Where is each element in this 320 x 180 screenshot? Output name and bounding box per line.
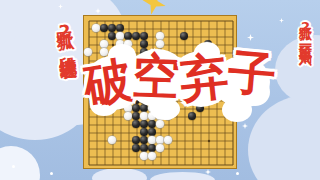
board-cell[interactable] (108, 128, 116, 136)
board-cell[interactable] (188, 152, 196, 160)
stone-black (132, 136, 139, 143)
board-cell[interactable] (212, 24, 220, 32)
board-cell[interactable] (156, 16, 164, 24)
board-cell[interactable] (188, 136, 196, 144)
board-cell[interactable] (116, 136, 124, 144)
stone-black (108, 24, 115, 31)
board-cell[interactable] (116, 160, 124, 168)
stone-black (108, 32, 115, 39)
stone-black (124, 32, 131, 39)
board-cell[interactable] (196, 152, 204, 160)
stone-black (132, 144, 139, 151)
board-cell[interactable] (132, 136, 140, 144)
board-cell[interactable] (148, 128, 156, 136)
board-cell[interactable] (148, 160, 156, 168)
board-cell[interactable] (228, 152, 236, 160)
board-cell[interactable] (212, 16, 220, 24)
board-cell[interactable] (172, 16, 180, 24)
board-cell[interactable] (116, 24, 124, 32)
board-cell[interactable] (212, 136, 220, 144)
board-cell[interactable] (100, 136, 108, 144)
board-cell[interactable] (148, 136, 156, 144)
board-cell[interactable] (164, 128, 172, 136)
board-cell[interactable] (180, 160, 188, 168)
board-cell[interactable] (84, 144, 92, 152)
board-cell[interactable] (116, 144, 124, 152)
board-cell[interactable] (116, 120, 124, 128)
cloud-bottom-2 (150, 172, 215, 180)
stone-black (140, 136, 147, 143)
board-cell[interactable] (116, 112, 124, 120)
board-cell[interactable] (140, 16, 148, 24)
board-cell[interactable] (204, 160, 212, 168)
stone-black (132, 32, 139, 39)
board-cell[interactable] (132, 128, 140, 136)
board-cell[interactable] (212, 32, 220, 40)
headline-char: 空 (131, 51, 181, 101)
stone-white (140, 112, 147, 119)
board-cell[interactable] (108, 160, 116, 168)
board-cell[interactable] (108, 16, 116, 24)
board-cell[interactable] (220, 32, 228, 40)
board-cell[interactable] (148, 16, 156, 24)
board-cell[interactable] (140, 112, 148, 120)
board-cell[interactable] (196, 112, 204, 120)
board-cell[interactable] (124, 120, 132, 128)
board-cell[interactable] (140, 144, 148, 152)
stone-white (140, 152, 147, 159)
board-cell[interactable] (204, 136, 212, 144)
board-cell[interactable] (204, 152, 212, 160)
headline-char: 破 (81, 55, 136, 110)
board-cell[interactable] (124, 112, 132, 120)
stone-white (100, 40, 107, 47)
sparkle-dot (50, 172, 53, 175)
board-cell[interactable] (188, 16, 196, 24)
board-cell[interactable] (164, 136, 172, 144)
cloud-bottom-left (0, 146, 40, 180)
board-cell[interactable] (140, 160, 148, 168)
stone-black (100, 24, 107, 31)
board-cell[interactable] (164, 32, 172, 40)
board-cell[interactable] (228, 24, 236, 32)
board-cell[interactable] (100, 40, 108, 48)
board-cell[interactable] (92, 144, 100, 152)
board-cell[interactable] (180, 32, 188, 40)
board-cell[interactable] (180, 136, 188, 144)
board-cell[interactable] (180, 40, 188, 48)
board-cell[interactable] (124, 32, 132, 40)
board-cell[interactable] (84, 32, 92, 40)
sparkle-icon (242, 123, 248, 129)
board-cell[interactable] (100, 160, 108, 168)
board-cell[interactable] (92, 32, 100, 40)
board-cell[interactable] (92, 128, 100, 136)
board-cell[interactable] (156, 128, 164, 136)
stone-white (164, 136, 171, 143)
board-cell[interactable] (140, 136, 148, 144)
sparkle-dot (12, 165, 15, 168)
stone-black (140, 144, 147, 151)
board-cell[interactable] (140, 32, 148, 40)
stone-black (188, 112, 195, 119)
cloud-right-2 (275, 35, 320, 105)
board-cell[interactable] (92, 136, 100, 144)
board-cell[interactable] (212, 120, 220, 128)
board-cell[interactable] (204, 32, 212, 40)
board-cell[interactable] (188, 112, 196, 120)
board-cell[interactable] (84, 128, 92, 136)
stone-white (84, 48, 91, 55)
board-cell[interactable] (132, 160, 140, 168)
board-cell[interactable] (124, 152, 132, 160)
board-cell[interactable] (228, 16, 236, 24)
stone-white (92, 24, 99, 31)
board-cell[interactable] (196, 16, 204, 24)
sparkle-icon (279, 18, 284, 23)
board-cell[interactable] (196, 128, 204, 136)
sparkle-dot (236, 172, 239, 175)
board-cell[interactable] (180, 152, 188, 160)
board-cell[interactable] (220, 128, 228, 136)
board-cell[interactable] (212, 104, 220, 112)
board-cell[interactable] (124, 136, 132, 144)
board-cell[interactable] (220, 120, 228, 128)
stone-black (140, 128, 147, 135)
board-cell[interactable] (228, 128, 236, 136)
sparkle-icon (247, 34, 254, 41)
board-cell[interactable] (84, 40, 92, 48)
board-cell[interactable] (92, 16, 100, 24)
board-cell[interactable] (132, 112, 140, 120)
board-cell[interactable] (164, 120, 172, 128)
board-cell[interactable] (180, 16, 188, 24)
board-cell[interactable] (196, 136, 204, 144)
board-cell[interactable] (196, 160, 204, 168)
board-cell[interactable] (172, 128, 180, 136)
stone-white (148, 152, 155, 159)
stone-black (132, 112, 139, 119)
board-cell[interactable] (84, 120, 92, 128)
board-cell[interactable] (148, 120, 156, 128)
board-cell[interactable] (100, 120, 108, 128)
left-banner: 野狐2段缠绕进攻 (52, 17, 78, 51)
board-cell[interactable] (100, 144, 108, 152)
stone-white (116, 32, 123, 39)
board-cell[interactable] (164, 152, 172, 160)
board-cell[interactable] (204, 128, 212, 136)
board-cell[interactable] (92, 152, 100, 160)
board-cell[interactable] (156, 136, 164, 144)
stone-black (148, 144, 155, 151)
stone-black (180, 32, 187, 39)
board-cell[interactable] (100, 24, 108, 32)
board-cell[interactable] (180, 128, 188, 136)
thumbnail-stage: 破空弃子 野狐2段缠绕进攻 野狐2段第一百一十六局 (0, 0, 320, 180)
board-cell[interactable] (220, 152, 228, 160)
board-cell[interactable] (108, 144, 116, 152)
board-cell[interactable] (132, 144, 140, 152)
board-cell[interactable] (84, 136, 92, 144)
board-cell[interactable] (124, 16, 132, 24)
stone-white (156, 120, 163, 127)
board-cell[interactable] (92, 24, 100, 32)
board-cell[interactable] (188, 24, 196, 32)
board-cell[interactable] (108, 24, 116, 32)
board-cell[interactable] (172, 120, 180, 128)
board-cell[interactable] (212, 144, 220, 152)
board-cell[interactable] (212, 152, 220, 160)
board-cell[interactable] (212, 112, 220, 120)
stone-white (124, 112, 131, 119)
board-cell[interactable] (172, 144, 180, 152)
stone-black (132, 120, 139, 127)
board-cell[interactable] (196, 32, 204, 40)
board-cell[interactable] (84, 48, 92, 56)
board-cell[interactable] (124, 128, 132, 136)
board-cell[interactable] (212, 128, 220, 136)
board-cell[interactable] (116, 32, 124, 40)
stone-white (148, 136, 155, 143)
board-cell[interactable] (156, 120, 164, 128)
cloud-right-1 (248, 95, 320, 180)
board-cell[interactable] (172, 40, 180, 48)
board-cell[interactable] (140, 120, 148, 128)
board-cell[interactable] (172, 136, 180, 144)
board-cell[interactable] (100, 16, 108, 24)
board-cell[interactable] (204, 144, 212, 152)
board-cell[interactable] (108, 120, 116, 128)
board-cell[interactable] (124, 144, 132, 152)
board-cell[interactable] (116, 152, 124, 160)
board-cell[interactable] (180, 24, 188, 32)
board-cell[interactable] (228, 32, 236, 40)
right-banner: 野狐2段第一百一十六局 (296, 17, 314, 43)
board-cell[interactable] (148, 144, 156, 152)
board-cell[interactable] (196, 120, 204, 128)
board-cell[interactable] (84, 24, 92, 32)
stone-white (156, 144, 163, 151)
board-cell[interactable] (132, 152, 140, 160)
board-cell[interactable] (156, 160, 164, 168)
stone-white (108, 136, 115, 143)
board-cell[interactable] (148, 24, 156, 32)
board-cell[interactable] (188, 128, 196, 136)
board-cell[interactable] (92, 40, 100, 48)
board-cell[interactable] (188, 144, 196, 152)
board-cell[interactable] (172, 24, 180, 32)
board-cell[interactable] (156, 32, 164, 40)
board-cell[interactable] (220, 136, 228, 144)
board-cell[interactable] (180, 120, 188, 128)
board-cell[interactable] (220, 160, 228, 168)
board-cell[interactable] (100, 152, 108, 160)
board-cell[interactable] (172, 32, 180, 40)
board-cell[interactable] (100, 32, 108, 40)
board-cell[interactable] (204, 112, 212, 120)
board-cell[interactable] (124, 24, 132, 32)
board-cell[interactable] (108, 136, 116, 144)
headline-char: 子 (226, 47, 278, 99)
board-cell[interactable] (228, 160, 236, 168)
stone-white (156, 136, 163, 143)
board-cell[interactable] (148, 152, 156, 160)
board-cell[interactable] (220, 24, 228, 32)
board-cell[interactable] (188, 160, 196, 168)
stone-white (156, 32, 163, 39)
board-cell[interactable] (92, 160, 100, 168)
board-cell[interactable] (132, 32, 140, 40)
board-cell[interactable] (108, 152, 116, 160)
board-cell[interactable] (108, 32, 116, 40)
board-cell[interactable] (100, 128, 108, 136)
board-cell[interactable] (204, 16, 212, 24)
board-cell[interactable] (124, 160, 132, 168)
board-cell[interactable] (212, 160, 220, 168)
board-cell[interactable] (156, 152, 164, 160)
board-cell[interactable] (84, 16, 92, 24)
board-cell[interactable] (164, 40, 172, 48)
board-cell[interactable] (228, 144, 236, 152)
board-cell[interactable] (164, 16, 172, 24)
board-cell[interactable] (132, 16, 140, 24)
stone-black (148, 120, 155, 127)
board-cell[interactable] (84, 160, 92, 168)
board-cell[interactable] (180, 112, 188, 120)
board-cell[interactable] (116, 16, 124, 24)
board-cell[interactable] (196, 24, 204, 32)
stone-black (140, 120, 147, 127)
board-cell[interactable] (116, 128, 124, 136)
board-cell[interactable] (140, 128, 148, 136)
headline-char: 弃 (178, 50, 231, 103)
board-cell[interactable] (132, 120, 140, 128)
board-cell[interactable] (196, 144, 204, 152)
board-cell[interactable] (228, 136, 236, 144)
board-cell[interactable] (156, 144, 164, 152)
board-cell[interactable] (188, 120, 196, 128)
board-cell[interactable] (148, 32, 156, 40)
board-cell[interactable] (140, 152, 148, 160)
board-cell[interactable] (156, 24, 164, 32)
stone-black (148, 128, 155, 135)
board-cell[interactable] (204, 120, 212, 128)
board-cell[interactable] (188, 32, 196, 40)
board-cell[interactable] (172, 160, 180, 168)
board-cell[interactable] (92, 120, 100, 128)
board-cell[interactable] (172, 152, 180, 160)
board-cell[interactable] (132, 24, 140, 32)
board-cell[interactable] (220, 144, 228, 152)
board-cell[interactable] (204, 24, 212, 32)
board-cell[interactable] (164, 160, 172, 168)
headline-title: 破空弃子 (83, 51, 259, 105)
board-cell[interactable] (84, 152, 92, 160)
board-cell[interactable] (164, 24, 172, 32)
stone-black (140, 32, 147, 39)
board-cell[interactable] (180, 144, 188, 152)
board-cell[interactable] (164, 144, 172, 152)
stone-black (116, 24, 123, 31)
board-cell[interactable] (140, 24, 148, 32)
board-cell[interactable] (220, 16, 228, 24)
